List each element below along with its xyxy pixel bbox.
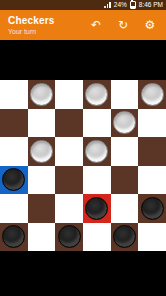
board-square-r2c3[interactable] (55, 109, 83, 138)
board-square-r4c4 (83, 166, 111, 195)
checkers-board (0, 80, 166, 251)
board-square-r1c5 (111, 80, 139, 109)
board-square-r4c5[interactable] (111, 166, 139, 195)
board-square-r6c4 (83, 223, 111, 252)
restart-button[interactable]: ↻ (116, 18, 130, 32)
board-square-r5c3 (55, 194, 83, 223)
settings-button[interactable]: ⚙ (143, 18, 157, 32)
board-square-r3c4[interactable] (83, 137, 111, 166)
board-square-r6c3[interactable] (55, 223, 83, 252)
board-square-r3c3 (55, 137, 83, 166)
board-square-r6c2 (28, 223, 56, 252)
white-checker-piece[interactable] (85, 83, 108, 106)
app-bar-actions: ↶ ↻ ⚙ (89, 18, 157, 32)
board-square-r1c6[interactable] (138, 80, 166, 109)
board-square-r5c4[interactable] (83, 194, 111, 223)
board-square-r4c2 (28, 166, 56, 195)
white-checker-piece[interactable] (85, 140, 108, 163)
undo-icon: ↶ (91, 19, 101, 31)
board-square-r5c2[interactable] (28, 194, 56, 223)
restart-icon: ↻ (118, 19, 128, 31)
board-square-r2c1[interactable] (0, 109, 28, 138)
black-checker-piece[interactable] (141, 197, 164, 220)
board-square-r1c1 (0, 80, 28, 109)
board-square-r5c5 (111, 194, 139, 223)
board-square-r3c5 (111, 137, 139, 166)
signal-bars-icon (104, 2, 111, 8)
black-checker-piece[interactable] (2, 225, 25, 248)
board-square-r2c6 (138, 109, 166, 138)
board-square-r4c3[interactable] (55, 166, 83, 195)
board-square-r1c2[interactable] (28, 80, 56, 109)
board-square-r6c5[interactable] (111, 223, 139, 252)
board-square-r5c6[interactable] (138, 194, 166, 223)
board-square-r3c1 (0, 137, 28, 166)
black-checker-piece[interactable] (58, 225, 81, 248)
app-bar: Checkers Your turn ↶ ↻ ⚙ (0, 10, 166, 40)
board-square-r2c2 (28, 109, 56, 138)
white-checker-piece[interactable] (30, 83, 53, 106)
page-title: Checkers (8, 15, 55, 27)
board-square-r2c4 (83, 109, 111, 138)
phone-screen: 24% 8:46 PM Checkers Your turn ↶ ↻ ⚙ (0, 0, 166, 296)
board-square-r6c6 (138, 223, 166, 252)
clock-text: 8:46 PM (139, 0, 163, 10)
battery-icon (130, 1, 136, 10)
undo-button[interactable]: ↶ (89, 18, 103, 32)
app-bar-titles: Checkers Your turn (8, 15, 55, 36)
white-checker-piece[interactable] (141, 83, 164, 106)
settings-gear-icon: ⚙ (145, 19, 156, 31)
board-square-r4c1[interactable] (0, 166, 28, 195)
board-square-r2c5[interactable] (111, 109, 139, 138)
board-square-r6c1[interactable] (0, 223, 28, 252)
board-square-r4c6 (138, 166, 166, 195)
black-checker-piece[interactable] (2, 168, 25, 191)
board-square-r1c3 (55, 80, 83, 109)
white-checker-piece[interactable] (30, 140, 53, 163)
black-checker-piece[interactable] (113, 225, 136, 248)
board-square-r3c6[interactable] (138, 137, 166, 166)
board-square-r1c4[interactable] (83, 80, 111, 109)
black-checker-piece[interactable] (85, 197, 108, 220)
status-bar: 24% 8:46 PM (0, 0, 166, 10)
board-square-r3c2[interactable] (28, 137, 56, 166)
turn-status-text: Your turn (8, 27, 55, 36)
white-checker-piece[interactable] (113, 111, 136, 134)
battery-percent-text: 24% (114, 0, 127, 10)
board-square-r5c1 (0, 194, 28, 223)
